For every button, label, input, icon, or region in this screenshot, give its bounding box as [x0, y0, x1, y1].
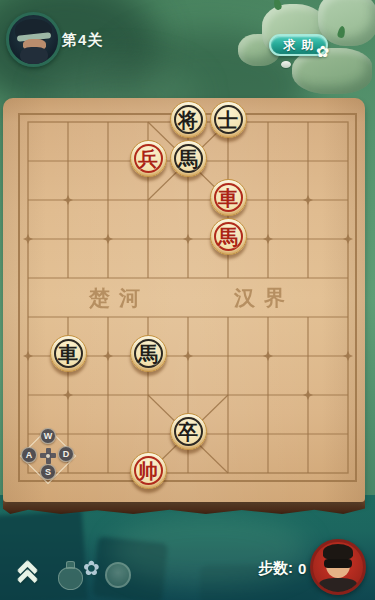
level-label: 第4关 [62, 31, 103, 50]
dpad-key-d[interactable]: D [58, 446, 74, 462]
piece-black-horse-b[interactable]: 馬 [128, 337, 168, 376]
piece-red-general[interactable]: 帅 [128, 454, 168, 493]
piece-glyph: 馬 [211, 219, 246, 254]
dpad-key-a[interactable]: A [21, 447, 37, 463]
piece-red-horse[interactable]: 馬 [208, 220, 248, 259]
piece-glyph: 士 [211, 102, 246, 137]
dpad-center-dot [46, 454, 50, 458]
piece-glyph: 車 [51, 336, 86, 371]
money-bag-body [58, 567, 83, 590]
pebble [281, 61, 291, 68]
piece-glyph: 馬 [171, 141, 206, 176]
opponent-avatar[interactable] [6, 12, 61, 67]
dpad-key-s-label: S [45, 467, 51, 477]
white-flower-icon: ✿ [316, 44, 329, 60]
help-button-label: 求助 [278, 37, 320, 54]
wasd-dpad[interactable]: W A D S [19, 427, 77, 485]
piece-glyph: 車 [211, 180, 246, 215]
sunglasses [324, 559, 352, 568]
piece-black-general[interactable]: 将 [168, 103, 208, 142]
piece-glyph: 将 [171, 102, 206, 137]
piece-red-chariot[interactable]: 車 [208, 181, 248, 220]
dpad-key-w[interactable]: W [40, 428, 56, 444]
money-bag-icon [58, 560, 83, 590]
player-avatar[interactable] [310, 539, 366, 595]
flower-icon: ✿ [83, 556, 100, 580]
steps-label: 步数: [258, 559, 293, 578]
avatar-hair [323, 544, 353, 560]
expand-menu-button[interactable] [16, 560, 44, 588]
steps-value: 0 [298, 560, 306, 577]
piece-glyph: 卒 [171, 414, 206, 449]
piece-glyph: 帅 [131, 453, 166, 488]
dpad-key-s[interactable]: S [40, 464, 56, 480]
piece-black-advisor[interactable]: 士 [208, 103, 248, 142]
dpad-key-a-label: A [26, 450, 33, 460]
piece-glyph: 兵 [131, 141, 166, 176]
piece-red-soldier[interactable]: 兵 [128, 142, 168, 181]
piece-black-horse-a[interactable]: 馬 [168, 142, 208, 181]
dpad-key-w-label: W [44, 431, 53, 441]
coin-token-icon [105, 562, 131, 588]
move-counter: 步数: 0 [258, 559, 306, 578]
game-screen: 第4关 求助 ✿ 楚河 汉界 将士兵馬車馬車馬卒帅 W A D S ✿ 步数: … [0, 0, 375, 600]
avatar-body [319, 578, 357, 594]
piece-glyph: 馬 [131, 336, 166, 371]
piece-black-chariot[interactable]: 車 [48, 337, 88, 376]
avatar-mask [20, 47, 48, 65]
dpad-key-d-label: D [63, 449, 70, 459]
piece-black-soldier[interactable]: 卒 [168, 415, 208, 454]
